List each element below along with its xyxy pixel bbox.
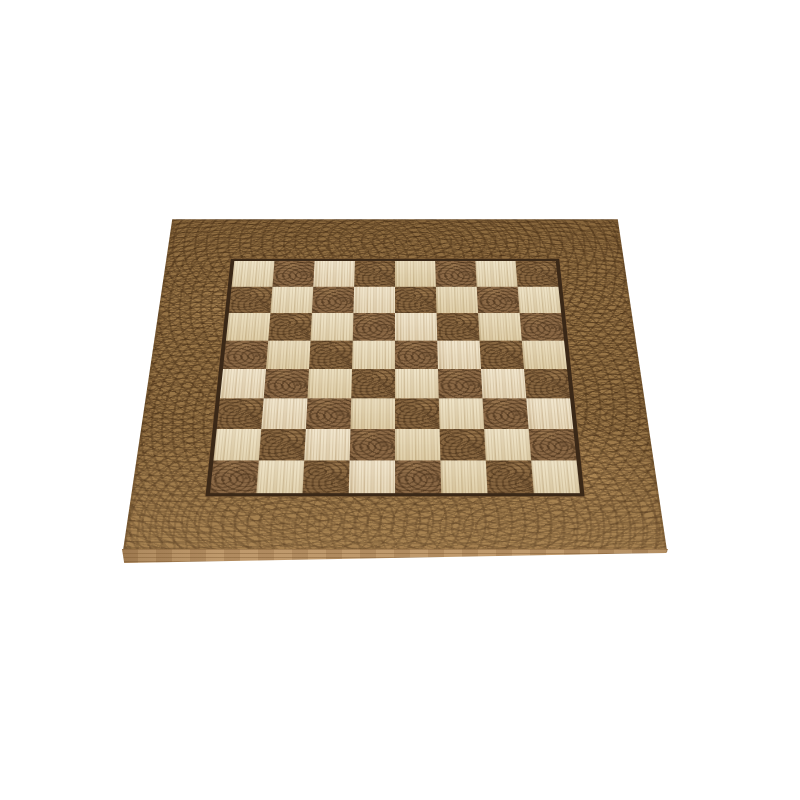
- square-e5: [395, 341, 438, 369]
- square-f3: [439, 398, 484, 428]
- square-c4: [307, 369, 352, 398]
- square-g2: [484, 429, 531, 461]
- square-d7: [353, 287, 395, 314]
- square-h6: [520, 313, 564, 340]
- square-b3: [261, 398, 307, 428]
- square-f6: [437, 313, 480, 340]
- chessboard: [123, 219, 667, 551]
- square-e2: [395, 429, 440, 461]
- square-f5: [437, 341, 481, 369]
- square-d3: [350, 398, 395, 428]
- square-b4: [264, 369, 309, 398]
- square-a3: [217, 398, 264, 428]
- square-f1: [440, 460, 487, 493]
- photo-canvas: [0, 0, 800, 800]
- square-h2: [529, 429, 577, 461]
- square-b6: [268, 313, 312, 340]
- square-e3: [395, 398, 440, 428]
- square-d6: [353, 313, 395, 340]
- square-e7: [395, 287, 437, 314]
- square-a4: [220, 369, 266, 398]
- square-f8: [435, 261, 477, 287]
- square-h1: [531, 460, 580, 493]
- square-a8: [232, 261, 275, 287]
- square-a5: [223, 341, 268, 369]
- square-g7: [477, 287, 520, 314]
- square-c6: [310, 313, 353, 340]
- square-c7: [312, 287, 354, 314]
- square-e1: [395, 460, 441, 493]
- square-g4: [481, 369, 526, 398]
- square-b2: [259, 429, 306, 461]
- square-f7: [436, 287, 478, 314]
- square-h3: [526, 398, 573, 428]
- square-g8: [475, 261, 517, 287]
- board-perspective-wrapper: [123, 219, 667, 551]
- inlay-border: [205, 259, 584, 497]
- square-h4: [524, 369, 570, 398]
- square-c8: [313, 261, 355, 287]
- square-e4: [395, 369, 439, 398]
- square-f4: [438, 369, 483, 398]
- square-h7: [518, 287, 562, 314]
- square-g3: [483, 398, 529, 428]
- square-a6: [226, 313, 270, 340]
- square-g5: [480, 341, 524, 369]
- square-d8: [354, 261, 395, 287]
- square-d5: [352, 341, 395, 369]
- square-b7: [270, 287, 313, 314]
- square-g6: [478, 313, 522, 340]
- square-c2: [304, 429, 350, 461]
- square-d2: [350, 429, 395, 461]
- square-g1: [486, 460, 534, 493]
- square-b5: [266, 341, 310, 369]
- square-c1: [303, 460, 350, 493]
- chessboard-grid: [210, 261, 580, 493]
- square-h8: [516, 261, 559, 287]
- square-a1: [210, 460, 259, 493]
- square-e8: [395, 261, 436, 287]
- square-h5: [522, 341, 567, 369]
- square-a7: [229, 287, 273, 314]
- square-d4: [351, 369, 395, 398]
- square-f2: [440, 429, 486, 461]
- square-b8: [272, 261, 314, 287]
- board-side-edge: [122, 549, 668, 563]
- square-a2: [213, 429, 261, 461]
- square-b1: [256, 460, 304, 493]
- square-e6: [395, 313, 437, 340]
- square-c3: [306, 398, 351, 428]
- square-d1: [349, 460, 395, 493]
- square-c5: [309, 341, 353, 369]
